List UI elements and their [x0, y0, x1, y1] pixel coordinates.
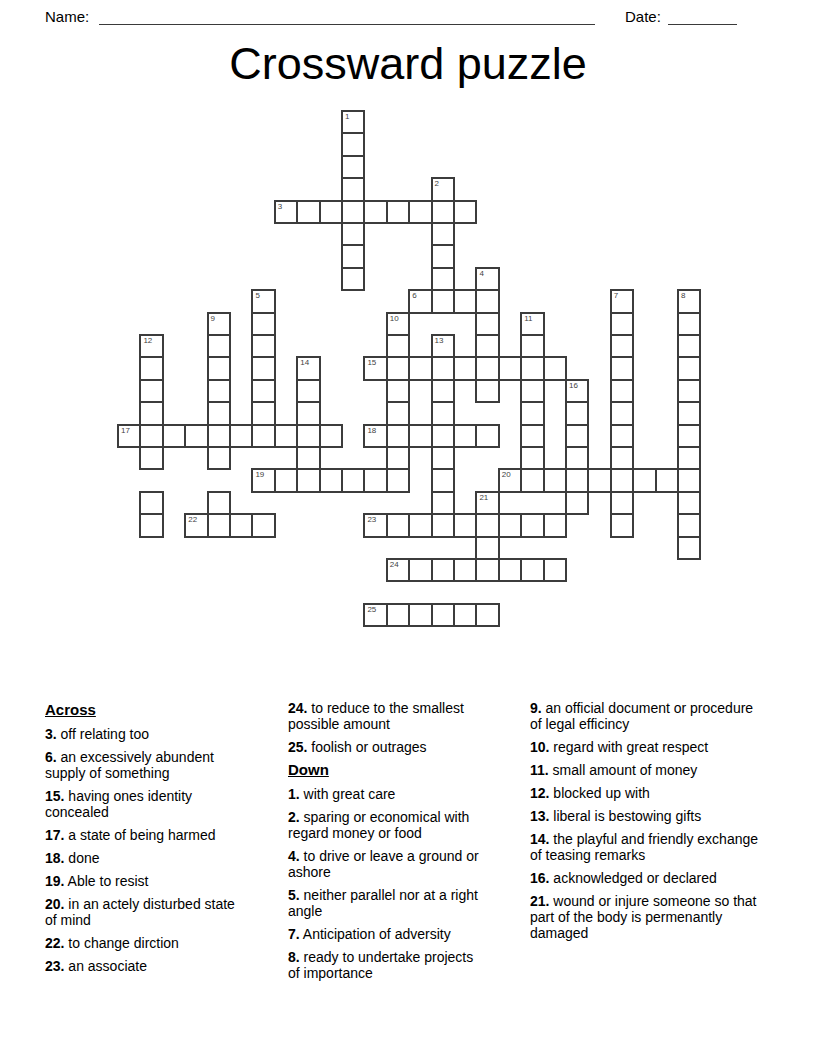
grid-cell-r18c1[interactable] [139, 513, 163, 537]
grid-cell-r15c12[interactable] [386, 446, 410, 470]
crossword-grid: 1234567891011121314151617181920212223242… [117, 110, 701, 627]
grid-cell-r18c5[interactable] [229, 513, 253, 537]
grid-cell-r10c25[interactable] [677, 334, 701, 358]
grid-cell-r11c14[interactable] [431, 356, 455, 380]
grid-cell-r22c15[interactable] [453, 603, 477, 627]
grid-cell-r5c10[interactable] [341, 222, 365, 246]
crossword-worksheet-page: { "header": { "name_label": "Name:", "da… [0, 0, 816, 1056]
grid-cell-r11c25[interactable] [677, 356, 701, 380]
grid-cell-r18c17[interactable] [498, 513, 522, 537]
grid-cell-r22c16[interactable] [475, 603, 499, 627]
header: Name: Date: [0, 6, 816, 30]
grid-cell-r11c16[interactable] [475, 356, 499, 380]
grid-cell-r16c25[interactable] [677, 468, 701, 492]
grid-cell-r16c17[interactable]: 20 [498, 468, 522, 492]
grid-cell-r9c18[interactable]: 11 [520, 312, 544, 336]
grid-cell-r22c14[interactable] [431, 603, 455, 627]
grid-cell-r14c20[interactable] [565, 424, 589, 448]
grid-cell-r16c22[interactable] [610, 468, 634, 492]
grid-cell-r14c15[interactable] [453, 424, 477, 448]
grid-cell-r10c12[interactable] [386, 334, 410, 358]
grid-cell-r14c18[interactable] [520, 424, 544, 448]
grid-cell-r18c13[interactable] [408, 513, 432, 537]
grid-cell-r14c3[interactable] [184, 424, 208, 448]
grid-cell-r11c19[interactable] [543, 356, 567, 380]
grid-cell-r12c16[interactable] [475, 379, 499, 403]
grid-cell-r11c11[interactable]: 15 [363, 356, 387, 380]
clue-1: 1. with great care [288, 786, 488, 802]
grid-cell-r10c18[interactable] [520, 334, 544, 358]
grid-cell-r3c14[interactable]: 2 [431, 177, 455, 201]
grid-cell-r4c15[interactable] [453, 200, 477, 224]
grid-cell-r4c8[interactable] [296, 200, 320, 224]
grid-cell-r19c16[interactable] [475, 536, 499, 560]
clue-number-14: 14 [300, 358, 309, 367]
grid-cell-r16c19[interactable] [543, 468, 567, 492]
grid-cell-r4c14[interactable] [431, 200, 455, 224]
grid-cell-r17c25[interactable] [677, 491, 701, 515]
grid-cell-r18c15[interactable] [453, 513, 477, 537]
grid-cell-r12c4[interactable] [207, 379, 231, 403]
clue-number-11: 11 [524, 314, 532, 323]
clue-number-19: 19 [255, 470, 264, 479]
clue-number-12: 12 [143, 336, 152, 345]
grid-cell-r12c18[interactable] [520, 379, 544, 403]
grid-cell-r11c4[interactable] [207, 356, 231, 380]
grid-cell-r18c12[interactable] [386, 513, 410, 537]
grid-cell-r14c13[interactable] [408, 424, 432, 448]
grid-cell-r16c21[interactable] [587, 468, 611, 492]
clue-column-middle: 24. to reduce to the smallest possible a… [288, 700, 488, 988]
clue-number-17: 17 [121, 426, 130, 435]
grid-cell-r10c1[interactable]: 12 [139, 334, 163, 358]
date-label: Date: [625, 8, 661, 25]
grid-cell-r11c18[interactable] [520, 356, 544, 380]
clue-25: 25. foolish or outrages [288, 739, 488, 755]
grid-cell-r15c25[interactable] [677, 446, 701, 470]
grid-cell-r18c22[interactable] [610, 513, 634, 537]
grid-cell-r12c8[interactable] [296, 379, 320, 403]
grid-cell-r14c2[interactable] [162, 424, 186, 448]
grid-cell-r8c15[interactable] [453, 289, 477, 313]
clue-11: 11. small amount of money [530, 762, 766, 778]
grid-cell-r12c6[interactable] [251, 379, 275, 403]
clue-5: 5. neither parallel nor at a right angle [288, 887, 488, 919]
grid-cell-r16c10[interactable] [341, 468, 365, 492]
clue-column-down: 9. an official document or procedure of … [530, 700, 766, 948]
clue-17: 17. a state of being harmed [45, 827, 250, 843]
grid-cell-r4c13[interactable] [408, 200, 432, 224]
grid-cell-r18c19[interactable] [543, 513, 567, 537]
grid-cell-r12c12[interactable] [386, 379, 410, 403]
grid-cell-r6c14[interactable] [431, 244, 455, 268]
clue-number-23: 23 [367, 515, 376, 524]
clue-number-5: 5 [255, 291, 259, 300]
grid-cell-r16c7[interactable] [274, 468, 298, 492]
grid-cell-r11c13[interactable] [408, 356, 432, 380]
grid-cell-r14c5[interactable] [229, 424, 253, 448]
grid-cell-r14c12[interactable] [386, 424, 410, 448]
clue-column-across: Across3. off relating too6. an excessive… [45, 700, 250, 981]
clue-number-15: 15 [367, 358, 376, 367]
grid-cell-r4c12[interactable] [386, 200, 410, 224]
grid-cell-r8c25[interactable]: 8 [677, 289, 701, 313]
grid-cell-r12c14[interactable] [431, 379, 455, 403]
clue-number-18: 18 [367, 426, 376, 435]
grid-cell-r6c10[interactable] [341, 244, 365, 268]
grid-cell-r20c14[interactable] [431, 558, 455, 582]
grid-cell-r18c4[interactable] [207, 513, 231, 537]
grid-cell-r20c12[interactable]: 24 [386, 558, 410, 582]
grid-cell-r7c16[interactable]: 4 [475, 267, 499, 291]
grid-cell-r20c13[interactable] [408, 558, 432, 582]
grid-cell-r14c11[interactable]: 18 [363, 424, 387, 448]
grid-cell-r16c6[interactable]: 19 [251, 468, 275, 492]
grid-cell-r20c19[interactable] [543, 558, 567, 582]
grid-cell-r12c20[interactable]: 16 [565, 379, 589, 403]
clue-3: 3. off relating too [45, 726, 250, 742]
grid-cell-r15c4[interactable] [207, 446, 231, 470]
grid-cell-r14c16[interactable] [475, 424, 499, 448]
grid-cell-r16c18[interactable] [520, 468, 544, 492]
grid-cell-r15c20[interactable] [565, 446, 589, 470]
clue-16: 16. acknowledged or declared [530, 870, 766, 886]
grid-cell-r13c25[interactable] [677, 401, 701, 425]
grid-cell-r9c6[interactable] [251, 312, 275, 336]
grid-cell-r16c8[interactable] [296, 468, 320, 492]
clue-18: 18. done [45, 850, 250, 866]
clue-7: 7. Anticipation of adversity [288, 926, 488, 942]
grid-cell-r22c13[interactable] [408, 603, 432, 627]
grid-cell-r16c11[interactable] [363, 468, 387, 492]
grid-cell-r15c1[interactable] [139, 446, 163, 470]
clue-13: 13. liberal is bestowing gifts [530, 808, 766, 824]
grid-cell-r13c22[interactable] [610, 401, 634, 425]
grid-cell-r4c7[interactable]: 3 [274, 200, 298, 224]
grid-cell-r16c20[interactable] [565, 468, 589, 492]
grid-cell-r17c1[interactable] [139, 491, 163, 515]
grid-cell-r18c3[interactable]: 22 [184, 513, 208, 537]
clue-4: 4. to drive or leave a ground or ashore [288, 848, 488, 880]
clue-number-10: 10 [390, 314, 399, 323]
grid-cell-r17c20[interactable] [565, 491, 589, 515]
grid-cell-r4c10[interactable] [341, 200, 365, 224]
grid-cell-r1c10[interactable] [341, 132, 365, 156]
date-blank-line [668, 6, 737, 25]
grid-cell-r18c6[interactable] [251, 513, 275, 537]
grid-cell-r15c14[interactable] [431, 446, 455, 470]
grid-cell-r17c4[interactable] [207, 491, 231, 515]
clue-number-20: 20 [502, 470, 511, 479]
grid-cell-r3c10[interactable] [341, 177, 365, 201]
grid-cell-r4c9[interactable] [319, 200, 343, 224]
grid-cell-r16c14[interactable] [431, 468, 455, 492]
clue-10: 10. regard with great respect [530, 739, 766, 755]
clue-19: 19. Able to resist [45, 873, 250, 889]
grid-cell-r8c6[interactable]: 5 [251, 289, 275, 313]
grid-cell-r10c6[interactable] [251, 334, 275, 358]
clue-number-1: 1 [345, 112, 349, 121]
grid-cell-r20c15[interactable] [453, 558, 477, 582]
clue-number-25: 25 [367, 605, 376, 614]
clue-6: 6. an excessively abundent supply of som… [45, 749, 250, 781]
grid-cell-r11c12[interactable] [386, 356, 410, 380]
clue-9: 9. an official document or procedure of … [530, 700, 766, 732]
grid-cell-r13c14[interactable] [431, 401, 455, 425]
clue-number-24: 24 [390, 560, 399, 569]
page-title: Crossward puzzle [0, 38, 816, 90]
grid-cell-r12c22[interactable] [610, 379, 634, 403]
clue-number-16: 16 [569, 381, 578, 390]
grid-cell-r9c16[interactable] [475, 312, 499, 336]
grid-cell-r16c9[interactable] [319, 468, 343, 492]
clue-12: 12. blocked up with [530, 785, 766, 801]
clue-number-22: 22 [188, 515, 197, 524]
clue-23: 23. an associate [45, 958, 250, 974]
grid-cell-r7c14[interactable] [431, 267, 455, 291]
grid-cell-r11c8[interactable]: 14 [296, 356, 320, 380]
grid-cell-r18c14[interactable] [431, 513, 455, 537]
grid-cell-r16c23[interactable] [632, 468, 656, 492]
grid-cell-r18c18[interactable] [520, 513, 544, 537]
grid-cell-r15c8[interactable] [296, 446, 320, 470]
grid-cell-r5c14[interactable] [431, 222, 455, 246]
grid-cell-r13c12[interactable] [386, 401, 410, 425]
grid-cell-r2c10[interactable] [341, 155, 365, 179]
grid-cell-r13c20[interactable] [565, 401, 589, 425]
grid-cell-r17c16[interactable]: 21 [475, 491, 499, 515]
clue-number-21: 21 [479, 493, 488, 502]
grid-cell-r19c25[interactable] [677, 536, 701, 560]
grid-cell-r11c1[interactable] [139, 356, 163, 380]
grid-cell-r9c12[interactable]: 10 [386, 312, 410, 336]
clue-number-9: 9 [211, 314, 215, 323]
grid-cell-r13c1[interactable] [139, 401, 163, 425]
grid-cell-r10c22[interactable] [610, 334, 634, 358]
grid-cell-r0c10[interactable]: 1 [341, 110, 365, 134]
grid-cell-r14c22[interactable] [610, 424, 634, 448]
grid-cell-r16c24[interactable] [655, 468, 679, 492]
grid-cell-r12c1[interactable] [139, 379, 163, 403]
grid-cell-r10c4[interactable] [207, 334, 231, 358]
grid-cell-r8c16[interactable] [475, 289, 499, 313]
grid-cell-r10c16[interactable] [475, 334, 499, 358]
grid-cell-r14c25[interactable] [677, 424, 701, 448]
grid-cell-r12c25[interactable] [677, 379, 701, 403]
grid-cell-r10c14[interactable]: 13 [431, 334, 455, 358]
clue-number-6: 6 [412, 291, 416, 300]
grid-cell-r22c11[interactable]: 25 [363, 603, 387, 627]
clue-14: 14. the playful and friendly exchange of… [530, 831, 766, 863]
grid-cell-r7c10[interactable] [341, 267, 365, 291]
clue-21: 21. wound or injure someone so that part… [530, 893, 766, 941]
clue-2: 2. sparing or economical with regard mon… [288, 809, 488, 841]
grid-cell-r9c22[interactable] [610, 312, 634, 336]
grid-cell-r20c16[interactable] [475, 558, 499, 582]
grid-cell-r20c18[interactable] [520, 558, 544, 582]
clue-22: 22. to change dirction [45, 935, 250, 951]
grid-cell-r11c15[interactable] [453, 356, 477, 380]
grid-cell-r11c17[interactable] [498, 356, 522, 380]
grid-cell-r14c14[interactable] [431, 424, 455, 448]
name-blank-line [99, 6, 595, 25]
name-label: Name: [45, 8, 89, 25]
grid-cell-r4c11[interactable] [363, 200, 387, 224]
grid-cell-r13c8[interactable] [296, 401, 320, 425]
grid-cell-r14c1[interactable] [139, 424, 163, 448]
grid-cell-r18c25[interactable] [677, 513, 701, 537]
clue-number-3: 3 [278, 202, 282, 211]
grid-cell-r14c7[interactable] [274, 424, 298, 448]
grid-cell-r8c14[interactable] [431, 289, 455, 313]
clue-list-heading-across: Across [45, 702, 250, 718]
grid-cell-r15c22[interactable] [610, 446, 634, 470]
clue-number-7: 7 [614, 291, 618, 300]
grid-cell-r15c18[interactable] [520, 446, 544, 470]
grid-cell-r9c25[interactable] [677, 312, 701, 336]
clue-15: 15. having ones identity concealed [45, 788, 250, 820]
grid-cell-r18c11[interactable]: 23 [363, 513, 387, 537]
grid-cell-r9c4[interactable]: 9 [207, 312, 231, 336]
grid-cell-r14c9[interactable] [319, 424, 343, 448]
grid-cell-r14c6[interactable] [251, 424, 275, 448]
clue-number-4: 4 [479, 269, 483, 278]
grid-cell-r13c6[interactable] [251, 401, 275, 425]
grid-cell-r13c18[interactable] [520, 401, 544, 425]
grid-cell-r8c22[interactable]: 7 [610, 289, 634, 313]
clue-8: 8. ready to undertake projects of import… [288, 949, 488, 981]
grid-cell-r11c22[interactable] [610, 356, 634, 380]
clue-list-heading-down: Down [288, 762, 488, 778]
clue-number-13: 13 [435, 336, 444, 345]
clue-24: 24. to reduce to the smallest possible a… [288, 700, 488, 732]
grid-cell-r20c17[interactable] [498, 558, 522, 582]
grid-cell-r13c4[interactable] [207, 401, 231, 425]
clue-20: 20. in an actely disturbed state of mind [45, 896, 250, 928]
grid-cell-r17c22[interactable] [610, 491, 634, 515]
grid-cell-r14c4[interactable] [207, 424, 231, 448]
clue-number-8: 8 [681, 291, 685, 300]
grid-cell-r17c14[interactable] [431, 491, 455, 515]
grid-cell-r18c16[interactable] [475, 513, 499, 537]
grid-cell-r16c12[interactable] [386, 468, 410, 492]
grid-cell-r8c13[interactable]: 6 [408, 289, 432, 313]
grid-cell-r14c0[interactable]: 17 [117, 424, 141, 448]
grid-cell-r14c8[interactable] [296, 424, 320, 448]
clue-number-2: 2 [435, 179, 439, 188]
grid-cell-r22c12[interactable] [386, 603, 410, 627]
grid-cell-r11c6[interactable] [251, 356, 275, 380]
